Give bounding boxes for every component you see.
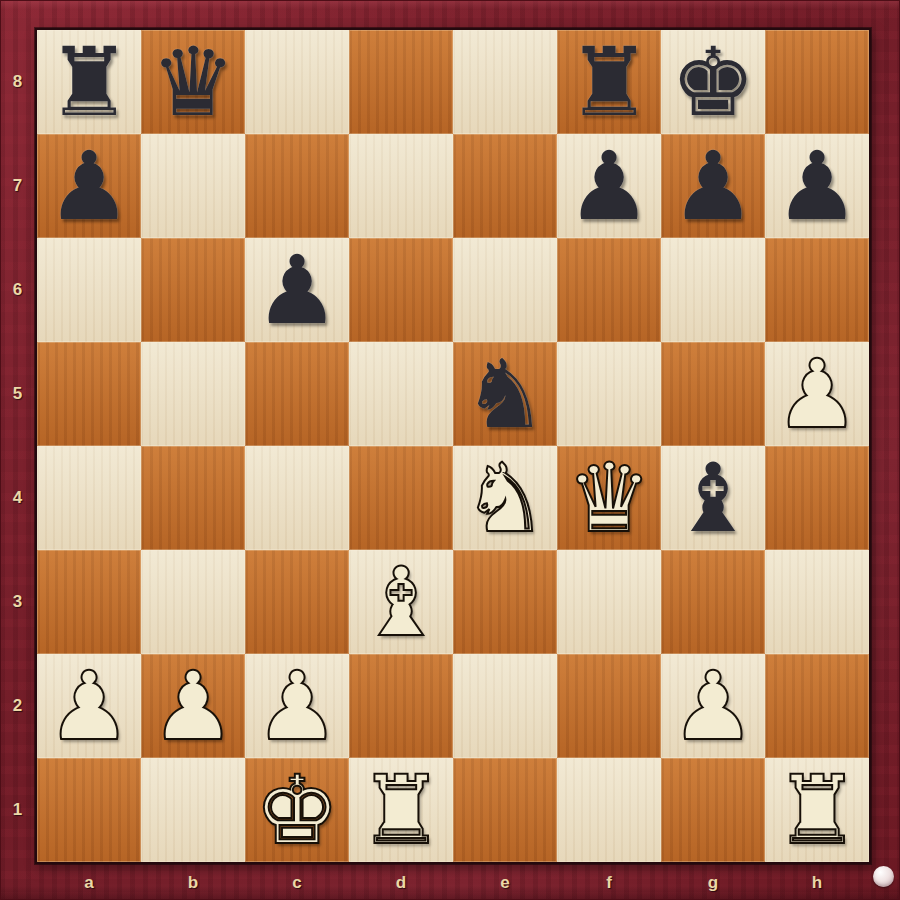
square-f1[interactable]	[557, 758, 661, 862]
square-f3[interactable]	[557, 550, 661, 654]
square-h5[interactable]: ♟	[765, 342, 869, 446]
white-bishop-d3[interactable]: ♝	[349, 550, 453, 654]
square-d2[interactable]	[349, 654, 453, 758]
white-pawn-b2[interactable]: ♟	[141, 654, 245, 758]
square-b4[interactable]	[141, 446, 245, 550]
square-c7[interactable]	[245, 134, 349, 238]
square-d6[interactable]	[349, 238, 453, 342]
square-a3[interactable]	[37, 550, 141, 654]
square-h3[interactable]	[765, 550, 869, 654]
square-g3[interactable]	[661, 550, 765, 654]
square-e7[interactable]	[453, 134, 557, 238]
square-e8[interactable]	[453, 30, 557, 134]
square-f7[interactable]: ♟	[557, 134, 661, 238]
white-to-move-indicator	[873, 866, 894, 887]
square-b8[interactable]: ♛	[141, 30, 245, 134]
file-label-h: h	[765, 866, 869, 900]
square-h8[interactable]	[765, 30, 869, 134]
rank-label-3: 3	[0, 550, 35, 654]
square-g6[interactable]	[661, 238, 765, 342]
black-rook-f8[interactable]: ♜	[557, 30, 661, 134]
black-king-g8[interactable]: ♚	[661, 30, 765, 134]
square-g2[interactable]: ♟	[661, 654, 765, 758]
white-pawn-a2[interactable]: ♟	[37, 654, 141, 758]
black-pawn-a7[interactable]: ♟	[37, 134, 141, 238]
square-c5[interactable]	[245, 342, 349, 446]
board: ♜♛♜♚♟♟♟♟♟♞♟♞♛♝♝♟♟♟♟♚♜♜	[35, 28, 871, 864]
square-h1[interactable]: ♜	[765, 758, 869, 862]
square-c8[interactable]	[245, 30, 349, 134]
square-c1[interactable]: ♚	[245, 758, 349, 862]
file-label-b: b	[141, 866, 245, 900]
square-a1[interactable]	[37, 758, 141, 862]
square-e4[interactable]: ♞	[453, 446, 557, 550]
black-rook-a8[interactable]: ♜	[37, 30, 141, 134]
white-pawn-h5[interactable]: ♟	[765, 342, 869, 446]
square-d8[interactable]	[349, 30, 453, 134]
rank-label-7: 7	[0, 134, 35, 238]
rank-label-8: 8	[0, 30, 35, 134]
square-f6[interactable]	[557, 238, 661, 342]
white-rook-d1[interactable]: ♜	[349, 758, 453, 862]
square-e6[interactable]	[453, 238, 557, 342]
square-c3[interactable]	[245, 550, 349, 654]
file-label-c: c	[245, 866, 349, 900]
black-pawn-g7[interactable]: ♟	[661, 134, 765, 238]
square-b3[interactable]	[141, 550, 245, 654]
square-g5[interactable]	[661, 342, 765, 446]
square-a2[interactable]: ♟	[37, 654, 141, 758]
square-d3[interactable]: ♝	[349, 550, 453, 654]
square-f2[interactable]	[557, 654, 661, 758]
square-d1[interactable]: ♜	[349, 758, 453, 862]
file-label-a: a	[37, 866, 141, 900]
square-e3[interactable]	[453, 550, 557, 654]
file-label-e: e	[453, 866, 557, 900]
rank-labels: 87654321	[0, 30, 35, 862]
square-c4[interactable]	[245, 446, 349, 550]
black-pawn-c6[interactable]: ♟	[245, 238, 349, 342]
rank-label-1: 1	[0, 758, 35, 862]
square-g4[interactable]: ♝	[661, 446, 765, 550]
rank-label-5: 5	[0, 342, 35, 446]
square-f4[interactable]: ♛	[557, 446, 661, 550]
square-d4[interactable]	[349, 446, 453, 550]
black-knight-e5[interactable]: ♞	[453, 342, 557, 446]
rank-label-2: 2	[0, 654, 35, 758]
square-a6[interactable]	[37, 238, 141, 342]
white-king-c1[interactable]: ♚	[245, 758, 349, 862]
square-e1[interactable]	[453, 758, 557, 862]
white-pawn-c2[interactable]: ♟	[245, 654, 349, 758]
square-a5[interactable]	[37, 342, 141, 446]
square-d7[interactable]	[349, 134, 453, 238]
square-e5[interactable]: ♞	[453, 342, 557, 446]
square-g8[interactable]: ♚	[661, 30, 765, 134]
square-b6[interactable]	[141, 238, 245, 342]
white-pawn-g2[interactable]: ♟	[661, 654, 765, 758]
square-g7[interactable]: ♟	[661, 134, 765, 238]
square-f5[interactable]	[557, 342, 661, 446]
file-label-f: f	[557, 866, 661, 900]
square-a4[interactable]	[37, 446, 141, 550]
square-h4[interactable]	[765, 446, 869, 550]
board-frame: 87654321 abcdefgh ♜♛♜♚♟♟♟♟♟♞♟♞♛♝♝♟♟♟♟♚♜♜	[0, 0, 900, 900]
black-bishop-g4[interactable]: ♝	[661, 446, 765, 550]
black-queen-b8[interactable]: ♛	[141, 30, 245, 134]
square-e2[interactable]	[453, 654, 557, 758]
white-knight-e4[interactable]: ♞	[453, 446, 557, 550]
square-h7[interactable]: ♟	[765, 134, 869, 238]
square-b1[interactable]	[141, 758, 245, 862]
file-labels: abcdefgh	[37, 866, 869, 900]
square-b7[interactable]	[141, 134, 245, 238]
file-label-d: d	[349, 866, 453, 900]
square-b2[interactable]: ♟	[141, 654, 245, 758]
square-f8[interactable]: ♜	[557, 30, 661, 134]
square-h2[interactable]	[765, 654, 869, 758]
square-a7[interactable]: ♟	[37, 134, 141, 238]
black-pawn-h7[interactable]: ♟	[765, 134, 869, 238]
square-b5[interactable]	[141, 342, 245, 446]
white-queen-f4[interactable]: ♛	[557, 446, 661, 550]
square-a8[interactable]: ♜	[37, 30, 141, 134]
square-c2[interactable]: ♟	[245, 654, 349, 758]
square-h6[interactable]	[765, 238, 869, 342]
rank-label-6: 6	[0, 238, 35, 342]
square-d5[interactable]	[349, 342, 453, 446]
black-pawn-f7[interactable]: ♟	[557, 134, 661, 238]
square-c6[interactable]: ♟	[245, 238, 349, 342]
white-rook-h1[interactable]: ♜	[765, 758, 869, 862]
file-label-g: g	[661, 866, 765, 900]
square-g1[interactable]	[661, 758, 765, 862]
rank-label-4: 4	[0, 446, 35, 550]
